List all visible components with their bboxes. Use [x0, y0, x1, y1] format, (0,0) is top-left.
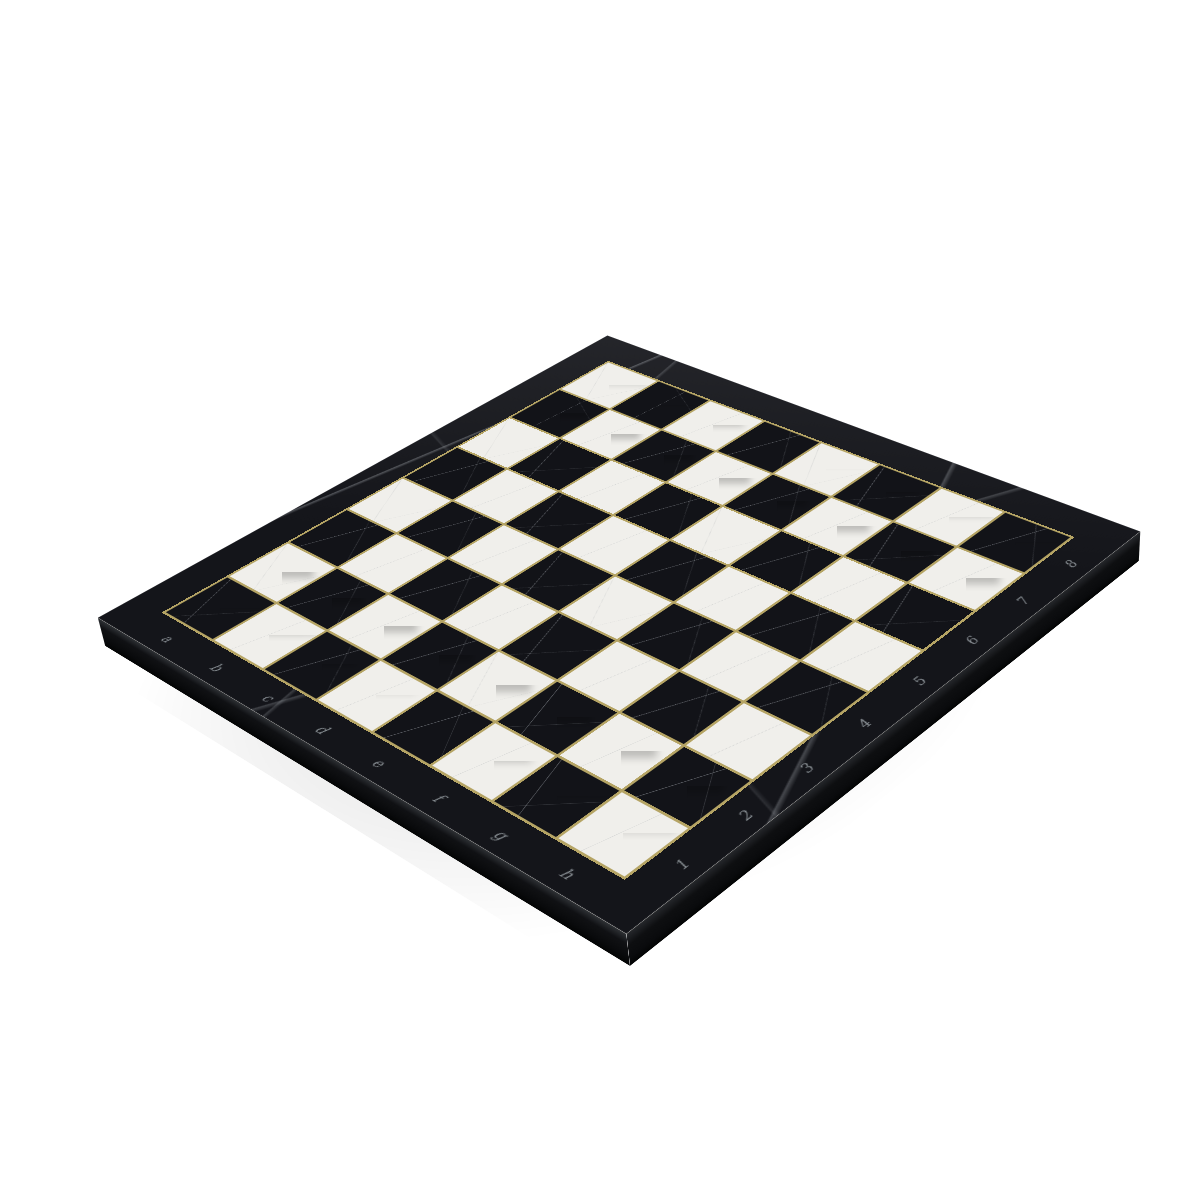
board-squares: ♜♞♝♛♚♝♞♜♟♟♟♟♟♟♟♟♟♟♟♟♟♟♟♟♜♞♝♛♚♝♞♜	[162, 361, 1075, 880]
product-photo-stage: abcdefgh 12345678 ♜♞♝♛♚♝♞♜♟♟♟♟♟♟♟♟♟♟♟♟♟♟…	[0, 0, 1200, 1200]
chess-board: abcdefgh 12345678 ♜♞♝♛♚♝♞♜♟♟♟♟♟♟♟♟♟♟♟♟♟♟…	[98, 336, 1140, 934]
rook-glyph-icon: ♜	[517, 685, 729, 848]
